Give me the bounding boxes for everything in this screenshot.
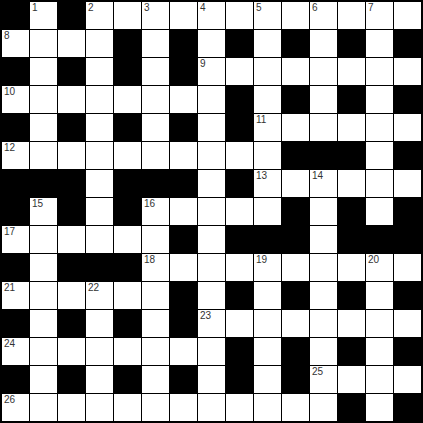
white-cell-r4c11[interactable] bbox=[310, 114, 337, 141]
black-cell-r7c0 bbox=[2, 198, 29, 225]
white-cell-r3c11[interactable] bbox=[310, 86, 337, 113]
white-cell-r8c1[interactable] bbox=[30, 226, 57, 253]
white-cell-r8c2[interactable] bbox=[58, 226, 85, 253]
white-cell-r0c3[interactable]: 2 bbox=[86, 2, 113, 29]
crossword-grid: 1234567891011121314151617181920212223242… bbox=[0, 0, 423, 423]
white-cell-r3c4[interactable] bbox=[114, 86, 141, 113]
white-cell-r13c1[interactable] bbox=[30, 366, 57, 393]
black-cell-r0c0 bbox=[2, 2, 29, 29]
white-cell-r3c2[interactable] bbox=[58, 86, 85, 113]
white-cell-r10c4[interactable] bbox=[114, 282, 141, 309]
white-cell-r12c4[interactable] bbox=[114, 338, 141, 365]
white-cell-r5c3[interactable] bbox=[86, 142, 113, 169]
white-cell-r2c14[interactable] bbox=[394, 58, 421, 85]
black-cell-r8c13 bbox=[366, 226, 393, 253]
white-cell-r7c7[interactable] bbox=[198, 198, 225, 225]
white-cell-r0c13[interactable]: 7 bbox=[366, 2, 393, 29]
white-cell-r13c7[interactable] bbox=[198, 366, 225, 393]
white-cell-r5c8[interactable] bbox=[226, 142, 253, 169]
black-cell-r2c6 bbox=[170, 58, 197, 85]
white-cell-r14c6[interactable] bbox=[170, 394, 197, 421]
black-cell-r8c14 bbox=[394, 226, 421, 253]
white-cell-r14c3[interactable] bbox=[86, 394, 113, 421]
white-cell-r0c11[interactable]: 6 bbox=[310, 2, 337, 29]
black-cell-r13c6 bbox=[170, 366, 197, 393]
white-cell-r10c1[interactable] bbox=[30, 282, 57, 309]
black-cell-r7c14 bbox=[394, 198, 421, 225]
white-cell-r12c3[interactable] bbox=[86, 338, 113, 365]
white-cell-r10c7[interactable] bbox=[198, 282, 225, 309]
white-cell-r6c14[interactable] bbox=[394, 170, 421, 197]
clue-number-3: 3 bbox=[144, 2, 150, 13]
black-cell-r3c10 bbox=[282, 86, 309, 113]
white-cell-r11c1[interactable] bbox=[30, 310, 57, 337]
white-cell-r3c7[interactable] bbox=[198, 86, 225, 113]
white-cell-r6c3[interactable] bbox=[86, 170, 113, 197]
white-cell-r11c10[interactable] bbox=[282, 310, 309, 337]
clue-number-22: 22 bbox=[88, 282, 99, 293]
black-cell-r4c6 bbox=[170, 114, 197, 141]
clue-number-26: 26 bbox=[4, 394, 15, 405]
black-cell-r0c2 bbox=[58, 2, 85, 29]
black-cell-r3c14 bbox=[394, 86, 421, 113]
black-cell-r13c0 bbox=[2, 366, 29, 393]
black-cell-r6c5 bbox=[142, 170, 169, 197]
black-cell-r8c12 bbox=[338, 226, 365, 253]
white-cell-r7c9[interactable] bbox=[254, 198, 281, 225]
white-cell-r0c4[interactable] bbox=[114, 2, 141, 29]
white-cell-r12c6[interactable] bbox=[170, 338, 197, 365]
white-cell-r13c12[interactable] bbox=[338, 366, 365, 393]
black-cell-r4c2 bbox=[58, 114, 85, 141]
black-cell-r1c4 bbox=[114, 30, 141, 57]
clue-number-8: 8 bbox=[4, 30, 10, 41]
white-cell-r4c9[interactable]: 11 bbox=[254, 114, 281, 141]
black-cell-r6c4 bbox=[114, 170, 141, 197]
clue-number-14: 14 bbox=[312, 170, 323, 181]
white-cell-r2c13[interactable] bbox=[366, 58, 393, 85]
white-cell-r9c14[interactable] bbox=[394, 254, 421, 281]
black-cell-r8c8 bbox=[226, 226, 253, 253]
black-cell-r12c12 bbox=[338, 338, 365, 365]
white-cell-r3c9[interactable] bbox=[254, 86, 281, 113]
white-cell-r4c1[interactable] bbox=[30, 114, 57, 141]
white-cell-r13c3[interactable] bbox=[86, 366, 113, 393]
white-cell-r8c7[interactable] bbox=[198, 226, 225, 253]
white-cell-r10c2[interactable] bbox=[58, 282, 85, 309]
white-cell-r7c13[interactable] bbox=[366, 198, 393, 225]
white-cell-r1c1[interactable] bbox=[30, 30, 57, 57]
black-cell-r11c0 bbox=[2, 310, 29, 337]
black-cell-r9c3 bbox=[86, 254, 113, 281]
black-cell-r2c2 bbox=[58, 58, 85, 85]
black-cell-r4c8 bbox=[226, 114, 253, 141]
white-cell-r5c5[interactable] bbox=[142, 142, 169, 169]
white-cell-r5c9[interactable] bbox=[254, 142, 281, 169]
white-cell-r1c11[interactable] bbox=[310, 30, 337, 57]
black-cell-r3c8 bbox=[226, 86, 253, 113]
white-cell-r6c12[interactable] bbox=[338, 170, 365, 197]
black-cell-r1c8 bbox=[226, 30, 253, 57]
white-cell-r11c5[interactable] bbox=[142, 310, 169, 337]
white-cell-r14c9[interactable] bbox=[254, 394, 281, 421]
white-cell-r11c14[interactable] bbox=[394, 310, 421, 337]
white-cell-r12c9[interactable] bbox=[254, 338, 281, 365]
white-cell-r2c8[interactable] bbox=[226, 58, 253, 85]
white-cell-r13c5[interactable] bbox=[142, 366, 169, 393]
clue-number-9: 9 bbox=[200, 58, 206, 69]
white-cell-r0c7[interactable]: 4 bbox=[198, 2, 225, 29]
white-cell-r1c3[interactable] bbox=[86, 30, 113, 57]
black-cell-r5c14 bbox=[394, 142, 421, 169]
white-cell-r14c11[interactable] bbox=[310, 394, 337, 421]
white-cell-r6c11[interactable]: 14 bbox=[310, 170, 337, 197]
clue-number-11: 11 bbox=[256, 114, 266, 125]
white-cell-r0c9[interactable]: 5 bbox=[254, 2, 281, 29]
white-cell-r8c5[interactable] bbox=[142, 226, 169, 253]
white-cell-r5c6[interactable] bbox=[170, 142, 197, 169]
black-cell-r9c2 bbox=[58, 254, 85, 281]
clue-number-18: 18 bbox=[144, 254, 155, 265]
white-cell-r8c11[interactable] bbox=[310, 226, 337, 253]
white-cell-r4c12[interactable] bbox=[338, 114, 365, 141]
black-cell-r4c4 bbox=[114, 114, 141, 141]
white-cell-r10c0[interactable]: 21 bbox=[2, 282, 29, 309]
white-cell-r6c7[interactable] bbox=[198, 170, 225, 197]
white-cell-r5c4[interactable] bbox=[114, 142, 141, 169]
black-cell-r13c8 bbox=[226, 366, 253, 393]
clue-number-12: 12 bbox=[4, 142, 15, 153]
white-cell-r1c5[interactable] bbox=[142, 30, 169, 57]
white-cell-r5c13[interactable] bbox=[366, 142, 393, 169]
clue-number-23: 23 bbox=[200, 310, 211, 321]
white-cell-r13c14[interactable] bbox=[394, 366, 421, 393]
white-cell-r13c13[interactable] bbox=[366, 366, 393, 393]
white-cell-r11c12[interactable] bbox=[338, 310, 365, 337]
white-cell-r7c3[interactable] bbox=[86, 198, 113, 225]
white-cell-r12c5[interactable] bbox=[142, 338, 169, 365]
white-cell-r10c3[interactable]: 22 bbox=[86, 282, 113, 309]
black-cell-r10c6 bbox=[170, 282, 197, 309]
white-cell-r12c2[interactable] bbox=[58, 338, 85, 365]
white-cell-r6c13[interactable] bbox=[366, 170, 393, 197]
white-cell-r0c8[interactable] bbox=[226, 2, 253, 29]
white-cell-r0c5[interactable]: 3 bbox=[142, 2, 169, 29]
white-cell-r1c2[interactable] bbox=[58, 30, 85, 57]
white-cell-r2c12[interactable] bbox=[338, 58, 365, 85]
white-cell-r14c10[interactable] bbox=[282, 394, 309, 421]
white-cell-r4c3[interactable] bbox=[86, 114, 113, 141]
white-cell-r9c7[interactable] bbox=[198, 254, 225, 281]
black-cell-r8c10 bbox=[282, 226, 309, 253]
clue-number-10: 10 bbox=[4, 86, 15, 97]
white-cell-r14c8[interactable] bbox=[226, 394, 253, 421]
white-cell-r12c11[interactable] bbox=[310, 338, 337, 365]
clue-number-5: 5 bbox=[256, 2, 262, 13]
white-cell-r10c9[interactable] bbox=[254, 282, 281, 309]
black-cell-r12c10 bbox=[282, 338, 309, 365]
white-cell-r4c13[interactable] bbox=[366, 114, 393, 141]
white-cell-r3c5[interactable] bbox=[142, 86, 169, 113]
white-cell-r12c13[interactable] bbox=[366, 338, 393, 365]
black-cell-r12c8 bbox=[226, 338, 253, 365]
white-cell-r11c9[interactable] bbox=[254, 310, 281, 337]
white-cell-r3c13[interactable] bbox=[366, 86, 393, 113]
white-cell-r2c7[interactable]: 9 bbox=[198, 58, 225, 85]
black-cell-r10c10 bbox=[282, 282, 309, 309]
white-cell-r3c1[interactable] bbox=[30, 86, 57, 113]
white-cell-r4c10[interactable] bbox=[282, 114, 309, 141]
black-cell-r10c8 bbox=[226, 282, 253, 309]
white-cell-r14c0[interactable]: 26 bbox=[2, 394, 29, 421]
black-cell-r2c4 bbox=[114, 58, 141, 85]
black-cell-r5c10 bbox=[282, 142, 309, 169]
clue-number-15: 15 bbox=[32, 198, 43, 209]
white-cell-r1c9[interactable] bbox=[254, 30, 281, 57]
white-cell-r12c7[interactable] bbox=[198, 338, 225, 365]
white-cell-r11c11[interactable] bbox=[310, 310, 337, 337]
white-cell-r14c5[interactable] bbox=[142, 394, 169, 421]
white-cell-r7c8[interactable] bbox=[226, 198, 253, 225]
white-cell-r1c7[interactable] bbox=[198, 30, 225, 57]
white-cell-r5c2[interactable] bbox=[58, 142, 85, 169]
white-cell-r8c0[interactable]: 17 bbox=[2, 226, 29, 253]
white-cell-r14c2[interactable] bbox=[58, 394, 85, 421]
black-cell-r13c2 bbox=[58, 366, 85, 393]
white-cell-r9c6[interactable] bbox=[170, 254, 197, 281]
black-cell-r6c0 bbox=[2, 170, 29, 197]
black-cell-r4c0 bbox=[2, 114, 29, 141]
white-cell-r14c7[interactable] bbox=[198, 394, 225, 421]
black-cell-r14c14 bbox=[394, 394, 421, 421]
white-cell-r14c13[interactable] bbox=[366, 394, 393, 421]
black-cell-r14c12 bbox=[338, 394, 365, 421]
black-cell-r1c12 bbox=[338, 30, 365, 57]
white-cell-r11c8[interactable] bbox=[226, 310, 253, 337]
black-cell-r3c12 bbox=[338, 86, 365, 113]
white-cell-r7c5[interactable]: 16 bbox=[142, 198, 169, 225]
clue-number-25: 25 bbox=[312, 366, 323, 377]
white-cell-r2c5[interactable] bbox=[142, 58, 169, 85]
white-cell-r9c13[interactable]: 20 bbox=[366, 254, 393, 281]
black-cell-r9c0 bbox=[2, 254, 29, 281]
white-cell-r6c9[interactable]: 13 bbox=[254, 170, 281, 197]
black-cell-r1c6 bbox=[170, 30, 197, 57]
white-cell-r12c1[interactable] bbox=[30, 338, 57, 365]
white-cell-r3c3[interactable] bbox=[86, 86, 113, 113]
white-cell-r9c8[interactable] bbox=[226, 254, 253, 281]
white-cell-r2c10[interactable] bbox=[282, 58, 309, 85]
black-cell-r6c2 bbox=[58, 170, 85, 197]
black-cell-r5c12 bbox=[338, 142, 365, 169]
clue-number-19: 19 bbox=[256, 254, 267, 265]
black-cell-r7c10 bbox=[282, 198, 309, 225]
clue-number-16: 16 bbox=[144, 198, 155, 209]
clue-number-6: 6 bbox=[312, 2, 318, 13]
black-cell-r2c0 bbox=[2, 58, 29, 85]
white-cell-r2c9[interactable] bbox=[254, 58, 281, 85]
black-cell-r11c2 bbox=[58, 310, 85, 337]
black-cell-r5c11 bbox=[310, 142, 337, 169]
clue-number-7: 7 bbox=[368, 2, 374, 13]
black-cell-r13c10 bbox=[282, 366, 309, 393]
white-cell-r7c11[interactable] bbox=[310, 198, 337, 225]
clue-number-2: 2 bbox=[88, 2, 94, 13]
white-cell-r1c0[interactable]: 8 bbox=[2, 30, 29, 57]
white-cell-r3c6[interactable] bbox=[170, 86, 197, 113]
white-cell-r11c13[interactable] bbox=[366, 310, 393, 337]
white-cell-r2c1[interactable] bbox=[30, 58, 57, 85]
white-cell-r9c9[interactable]: 19 bbox=[254, 254, 281, 281]
black-cell-r11c6 bbox=[170, 310, 197, 337]
white-cell-r3c0[interactable]: 10 bbox=[2, 86, 29, 113]
white-cell-r13c9[interactable] bbox=[254, 366, 281, 393]
white-cell-r10c11[interactable] bbox=[310, 282, 337, 309]
white-cell-r2c3[interactable] bbox=[86, 58, 113, 85]
white-cell-r9c11[interactable] bbox=[310, 254, 337, 281]
black-cell-r1c14 bbox=[394, 30, 421, 57]
black-cell-r13c4 bbox=[114, 366, 141, 393]
white-cell-r14c4[interactable] bbox=[114, 394, 141, 421]
black-cell-r8c9 bbox=[254, 226, 281, 253]
white-cell-r0c6[interactable] bbox=[170, 2, 197, 29]
white-cell-r11c3[interactable] bbox=[86, 310, 113, 337]
white-cell-r1c13[interactable] bbox=[366, 30, 393, 57]
white-cell-r5c0[interactable]: 12 bbox=[2, 142, 29, 169]
white-cell-r4c7[interactable] bbox=[198, 114, 225, 141]
clue-number-13: 13 bbox=[256, 170, 267, 181]
black-cell-r7c4 bbox=[114, 198, 141, 225]
black-cell-r12c14 bbox=[394, 338, 421, 365]
white-cell-r11c7[interactable]: 23 bbox=[198, 310, 225, 337]
black-cell-r6c1 bbox=[30, 170, 57, 197]
white-cell-r8c4[interactable] bbox=[114, 226, 141, 253]
white-cell-r14c1[interactable] bbox=[30, 394, 57, 421]
black-cell-r11c4 bbox=[114, 310, 141, 337]
white-cell-r10c13[interactable] bbox=[366, 282, 393, 309]
white-cell-r2c11[interactable] bbox=[310, 58, 337, 85]
white-cell-r8c3[interactable] bbox=[86, 226, 113, 253]
white-cell-r10c5[interactable] bbox=[142, 282, 169, 309]
white-cell-r9c12[interactable] bbox=[338, 254, 365, 281]
black-cell-r10c12 bbox=[338, 282, 365, 309]
clue-number-4: 4 bbox=[200, 2, 206, 13]
black-cell-r7c12 bbox=[338, 198, 365, 225]
white-cell-r12c0[interactable]: 24 bbox=[2, 338, 29, 365]
white-cell-r9c5[interactable]: 18 bbox=[142, 254, 169, 281]
white-cell-r9c1[interactable] bbox=[30, 254, 57, 281]
clue-number-17: 17 bbox=[4, 226, 15, 237]
white-cell-r13c11[interactable]: 25 bbox=[310, 366, 337, 393]
black-cell-r8c6 bbox=[170, 226, 197, 253]
white-cell-r0c10[interactable] bbox=[282, 2, 309, 29]
white-cell-r0c12[interactable] bbox=[338, 2, 365, 29]
clue-number-1: 1 bbox=[32, 2, 38, 13]
white-cell-r5c1[interactable] bbox=[30, 142, 57, 169]
clue-number-24: 24 bbox=[4, 338, 15, 349]
black-cell-r9c4 bbox=[114, 254, 141, 281]
white-cell-r0c1[interactable]: 1 bbox=[30, 2, 57, 29]
white-cell-r7c6[interactable] bbox=[170, 198, 197, 225]
black-cell-r6c8 bbox=[226, 170, 253, 197]
white-cell-r6c10[interactable] bbox=[282, 170, 309, 197]
black-cell-r7c2 bbox=[58, 198, 85, 225]
white-cell-r0c14[interactable] bbox=[394, 2, 421, 29]
white-cell-r4c5[interactable] bbox=[142, 114, 169, 141]
white-cell-r7c1[interactable]: 15 bbox=[30, 198, 57, 225]
black-cell-r10c14 bbox=[394, 282, 421, 309]
black-cell-r6c6 bbox=[170, 170, 197, 197]
black-cell-r1c10 bbox=[282, 30, 309, 57]
clue-number-21: 21 bbox=[4, 282, 15, 293]
white-cell-r4c14[interactable] bbox=[394, 114, 421, 141]
white-cell-r9c10[interactable] bbox=[282, 254, 309, 281]
white-cell-r5c7[interactable] bbox=[198, 142, 225, 169]
clue-number-20: 20 bbox=[368, 254, 379, 265]
